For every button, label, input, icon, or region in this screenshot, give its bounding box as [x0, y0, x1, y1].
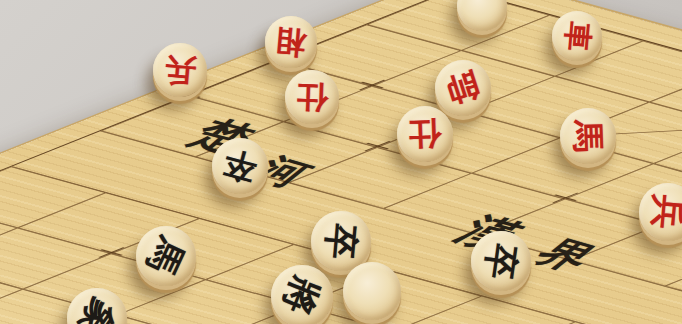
piece-red-advisor-a[interactable]: 仕 [285, 70, 339, 124]
piece-character: 馬 [571, 119, 604, 152]
piece-black-general[interactable]: 將 [271, 265, 333, 324]
piece-black-soldier-b[interactable]: 卒 [311, 211, 371, 271]
piece-character: 卒 [322, 222, 360, 260]
piece-character: 將 [279, 273, 326, 320]
piece-red-general[interactable]: 帥 [435, 60, 491, 116]
piece-character: 象 [73, 294, 122, 324]
piece-red-soldier-a[interactable]: 兵 [153, 43, 207, 97]
piece-character: 仕 [408, 117, 441, 150]
piece-character: 卒 [220, 146, 259, 185]
piece-red-chariot[interactable]: 車 [552, 11, 602, 61]
piece-black-horse[interactable]: 馬 [136, 226, 196, 286]
piece-character: 帥 [443, 68, 483, 108]
piece-character: 兵 [650, 194, 682, 231]
piece-black-soldier-c[interactable]: 卒 [471, 231, 531, 291]
xiangqi-photo-scene: 楚河漢界 車相兵帥仕仕馬卒兵卒馬卒將象 [0, 0, 682, 324]
piece-red-elephant[interactable]: 相 [265, 16, 317, 68]
piece-character: 兵 [163, 53, 197, 87]
piece-character: 馬 [143, 233, 190, 280]
piece-character: 仕 [296, 81, 328, 113]
piece-character: 車 [561, 20, 592, 51]
piece-red-horse[interactable]: 馬 [560, 108, 616, 164]
piece-facedown-b[interactable] [343, 262, 401, 320]
piece-character: 卒 [481, 241, 521, 281]
piece-character: 相 [275, 26, 308, 59]
piece-red-advisor-b[interactable]: 仕 [397, 106, 453, 162]
piece-black-soldier-a[interactable]: 卒 [212, 138, 268, 194]
